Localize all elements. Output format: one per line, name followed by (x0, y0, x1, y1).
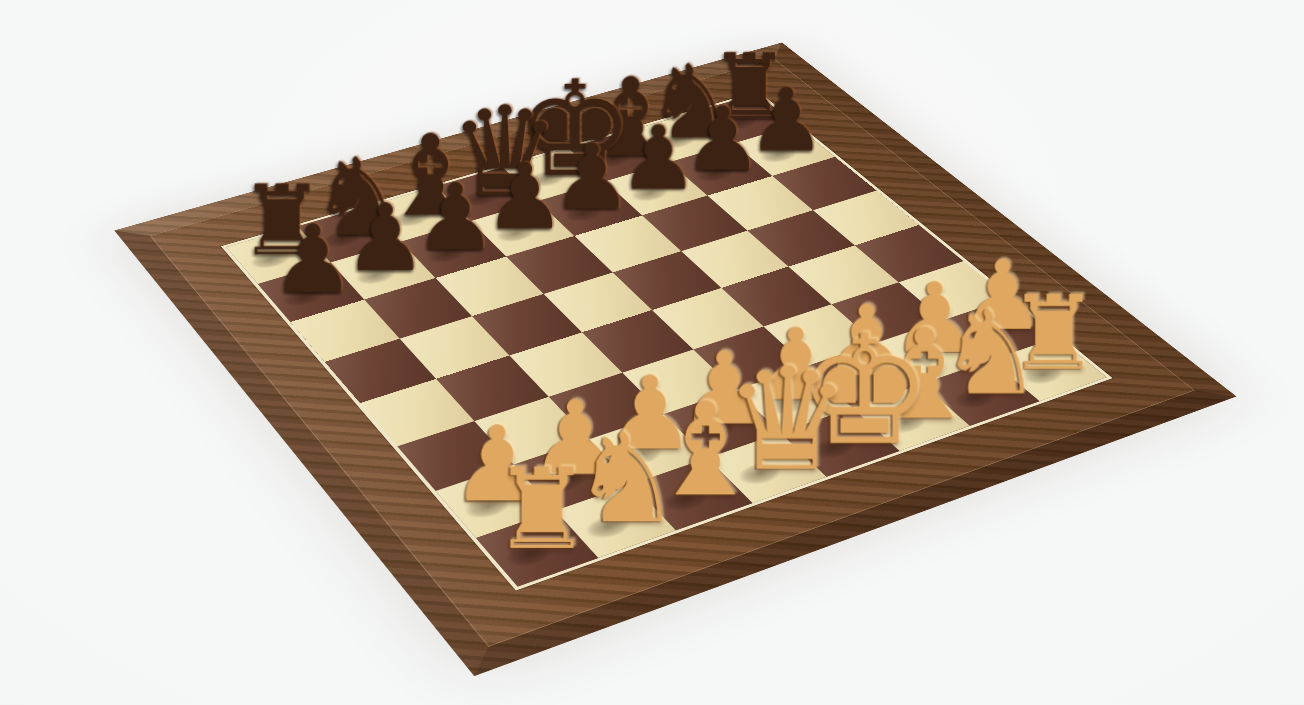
square-a7[interactable]: ♟ (258, 262, 364, 322)
playing-area: ♜♞♝♛♚♝♞♜♟♟♟♟♟♟♟♟♟♟♟♟♟♟♟♟♜♞♝♛♚♝♞♜ (221, 91, 1113, 590)
square-a1[interactable]: ♜ (476, 510, 598, 586)
piece-black-pawn[interactable]: ♟ (271, 213, 351, 307)
chessboard-frame: ♜♞♝♛♚♝♞♜♟♟♟♟♟♟♟♟♟♟♟♟♟♟♟♟♜♞♝♛♚♝♞♜ (114, 43, 1236, 677)
scene-background: ♜♞♝♛♚♝♞♜♟♟♟♟♟♟♟♟♟♟♟♟♟♟♟♟♜♞♝♛♚♝♞♜ (0, 0, 1304, 705)
